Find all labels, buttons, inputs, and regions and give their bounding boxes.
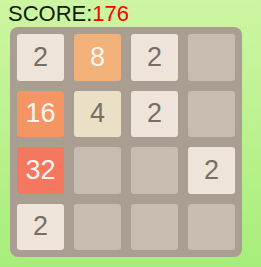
empty-cell-r2c4 <box>188 91 235 138</box>
empty-cell-r4c3 <box>131 204 178 251</box>
score-value: 176 <box>92 1 129 26</box>
empty-cell-r3c2 <box>74 147 121 194</box>
tile-2-r1c1: 2 <box>17 34 64 81</box>
empty-cell-r4c2 <box>74 204 121 251</box>
tile-2-r3c4: 2 <box>188 147 235 194</box>
tile-2-r4c1: 2 <box>17 204 64 251</box>
empty-cell-r4c4 <box>188 204 235 251</box>
game-screen: SCORE:176 28216423222 <box>0 0 261 267</box>
score-label: SCORE: <box>8 1 92 26</box>
empty-cell-r1c4 <box>188 34 235 81</box>
tile-2-r2c3: 2 <box>131 91 178 138</box>
tile-16-r2c1: 16 <box>17 91 64 138</box>
game-board[interactable]: 28216423222 <box>10 27 242 257</box>
empty-cell-r3c3 <box>131 147 178 194</box>
tile-4-r2c2: 4 <box>74 91 121 138</box>
score-bar: SCORE:176 <box>8 1 129 27</box>
tile-32-r3c1: 32 <box>17 147 64 194</box>
tile-2-r1c3: 2 <box>131 34 178 81</box>
tile-8-r1c2: 8 <box>74 34 121 81</box>
